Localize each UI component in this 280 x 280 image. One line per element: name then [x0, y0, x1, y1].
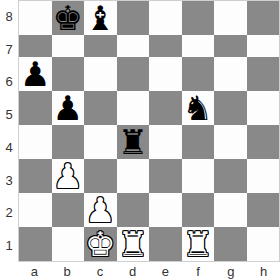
square-g6[interactable] [214, 57, 247, 91]
chess-diagram: 87654321 ♚♝♟♟♞♜♟♟♚♜♜ abcdefgh [0, 0, 280, 280]
square-d8[interactable] [117, 1, 150, 35]
piece-white-rook[interactable]: ♜ [183, 227, 213, 261]
square-f6[interactable] [182, 57, 215, 91]
rank-label-5: 5 [0, 98, 18, 131]
file-label-g: g [215, 262, 248, 280]
square-e2[interactable] [149, 193, 182, 227]
square-g1[interactable] [214, 227, 247, 261]
square-g4[interactable] [214, 125, 247, 159]
square-h2[interactable] [247, 193, 280, 227]
file-label-h: h [247, 262, 280, 280]
file-label-b: b [51, 262, 84, 280]
square-f5[interactable]: ♞ [182, 91, 215, 125]
square-d4[interactable]: ♜ [117, 125, 150, 159]
square-a6[interactable]: ♟ [19, 57, 52, 91]
piece-black-pawn[interactable]: ♟ [20, 57, 50, 91]
square-h8[interactable] [247, 1, 280, 35]
square-b1[interactable] [52, 227, 85, 261]
square-c6[interactable] [84, 57, 117, 91]
square-e8[interactable] [149, 1, 182, 35]
square-e1[interactable] [149, 227, 182, 261]
square-g8[interactable] [214, 1, 247, 35]
square-b5[interactable]: ♟ [52, 91, 85, 125]
square-b2[interactable] [52, 193, 85, 227]
piece-black-pawn[interactable]: ♟ [53, 91, 83, 125]
square-h3[interactable] [247, 159, 280, 193]
square-a4[interactable] [19, 125, 52, 159]
file-label-e: e [149, 262, 182, 280]
square-g2[interactable] [214, 193, 247, 227]
square-g3[interactable] [214, 159, 247, 193]
piece-black-rook[interactable]: ♜ [118, 125, 148, 159]
square-c1[interactable]: ♚ [84, 227, 117, 261]
square-c7[interactable] [84, 35, 117, 57]
piece-white-rook[interactable]: ♜ [118, 227, 148, 261]
square-g5[interactable] [214, 91, 247, 125]
rank-label-8: 8 [0, 0, 18, 33]
square-d1[interactable]: ♜ [117, 227, 150, 261]
square-e7[interactable] [149, 35, 182, 57]
square-b4[interactable] [52, 125, 85, 159]
rank-label-6: 6 [0, 66, 18, 99]
rank-label-4: 4 [0, 131, 18, 164]
file-labels: abcdefgh [18, 262, 280, 280]
file-label-a: a [18, 262, 51, 280]
square-c8[interactable]: ♝ [84, 1, 117, 35]
square-a8[interactable] [19, 1, 52, 35]
rank-label-1: 1 [0, 229, 18, 262]
square-c3[interactable] [84, 159, 117, 193]
piece-white-king[interactable]: ♚ [85, 227, 115, 261]
square-d2[interactable] [117, 193, 150, 227]
square-c4[interactable] [84, 125, 117, 159]
file-label-c: c [84, 262, 117, 280]
piece-black-knight[interactable]: ♞ [183, 91, 213, 125]
square-d5[interactable] [117, 91, 150, 125]
rank-label-3: 3 [0, 164, 18, 197]
rank-label-7: 7 [0, 33, 18, 66]
square-d3[interactable] [117, 159, 150, 193]
square-h7[interactable] [247, 35, 280, 57]
chess-board: ♚♝♟♟♞♜♟♟♚♜♜ [18, 0, 280, 262]
piece-white-pawn[interactable]: ♟ [85, 193, 115, 227]
rank-label-2: 2 [0, 197, 18, 230]
square-a3[interactable] [19, 159, 52, 193]
square-g7[interactable] [214, 35, 247, 57]
square-f7[interactable] [182, 35, 215, 57]
square-b7[interactable] [52, 35, 85, 57]
square-f1[interactable]: ♜ [182, 227, 215, 261]
square-f4[interactable] [182, 125, 215, 159]
square-c2[interactable]: ♟ [84, 193, 117, 227]
piece-white-pawn[interactable]: ♟ [53, 159, 83, 193]
square-a5[interactable] [19, 91, 52, 125]
square-b6[interactable] [52, 57, 85, 91]
square-b8[interactable]: ♚ [52, 1, 85, 35]
square-h5[interactable] [247, 91, 280, 125]
file-label-f: f [182, 262, 215, 280]
square-d7[interactable] [117, 35, 150, 57]
piece-black-bishop[interactable]: ♝ [85, 1, 115, 35]
square-h1[interactable] [247, 227, 280, 261]
square-f8[interactable] [182, 1, 215, 35]
square-e5[interactable] [149, 91, 182, 125]
square-a1[interactable] [19, 227, 52, 261]
square-f2[interactable] [182, 193, 215, 227]
square-d6[interactable] [117, 57, 150, 91]
square-e3[interactable] [149, 159, 182, 193]
square-h4[interactable] [247, 125, 280, 159]
square-h6[interactable] [247, 57, 280, 91]
square-b3[interactable]: ♟ [52, 159, 85, 193]
square-e4[interactable] [149, 125, 182, 159]
square-a2[interactable] [19, 193, 52, 227]
square-c5[interactable] [84, 91, 117, 125]
square-f3[interactable] [182, 159, 215, 193]
rank-labels: 87654321 [0, 0, 18, 262]
square-e6[interactable] [149, 57, 182, 91]
file-label-d: d [116, 262, 149, 280]
piece-black-king[interactable]: ♚ [53, 1, 83, 35]
